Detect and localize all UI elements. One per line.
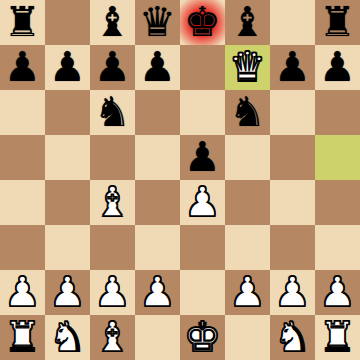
square-b5[interactable] bbox=[45, 135, 90, 180]
square-c5[interactable] bbox=[90, 135, 135, 180]
black-pawn-piece[interactable]: ♟ bbox=[319, 45, 356, 90]
square-a1[interactable]: ♜ bbox=[0, 315, 45, 360]
square-g1[interactable]: ♞ bbox=[270, 315, 315, 360]
white-pawn-piece[interactable]: ♟ bbox=[94, 270, 131, 315]
square-h5[interactable] bbox=[315, 135, 360, 180]
white-knight-piece[interactable]: ♞ bbox=[274, 315, 311, 360]
black-knight-piece[interactable]: ♞ bbox=[94, 90, 131, 135]
square-b3[interactable] bbox=[45, 225, 90, 270]
square-f4[interactable] bbox=[225, 180, 270, 225]
square-h1[interactable]: ♜ bbox=[315, 315, 360, 360]
square-g4[interactable] bbox=[270, 180, 315, 225]
square-b7[interactable]: ♟ bbox=[45, 45, 90, 90]
black-pawn-piece[interactable]: ♟ bbox=[49, 45, 86, 90]
white-knight-piece[interactable]: ♞ bbox=[49, 315, 86, 360]
square-a2[interactable]: ♟ bbox=[0, 270, 45, 315]
black-knight-piece[interactable]: ♞ bbox=[229, 90, 266, 135]
black-rook-piece[interactable]: ♜ bbox=[4, 0, 41, 45]
white-pawn-piece[interactable]: ♟ bbox=[49, 270, 86, 315]
square-e8[interactable]: ♚ bbox=[180, 0, 225, 45]
square-a3[interactable] bbox=[0, 225, 45, 270]
black-pawn-piece[interactable]: ♟ bbox=[4, 45, 41, 90]
square-a6[interactable] bbox=[0, 90, 45, 135]
square-h6[interactable] bbox=[315, 90, 360, 135]
square-d3[interactable] bbox=[135, 225, 180, 270]
square-d1[interactable] bbox=[135, 315, 180, 360]
square-d4[interactable] bbox=[135, 180, 180, 225]
square-e4[interactable]: ♟ bbox=[180, 180, 225, 225]
square-g6[interactable] bbox=[270, 90, 315, 135]
square-d5[interactable] bbox=[135, 135, 180, 180]
white-king-piece[interactable]: ♚ bbox=[184, 315, 221, 360]
square-g8[interactable] bbox=[270, 0, 315, 45]
white-queen-piece[interactable]: ♛ bbox=[229, 45, 266, 90]
black-king-piece[interactable]: ♚ bbox=[184, 0, 221, 45]
square-c7[interactable]: ♟ bbox=[90, 45, 135, 90]
white-pawn-piece[interactable]: ♟ bbox=[229, 270, 266, 315]
square-e3[interactable] bbox=[180, 225, 225, 270]
white-bishop-piece[interactable]: ♝ bbox=[94, 180, 131, 225]
square-b8[interactable] bbox=[45, 0, 90, 45]
square-g2[interactable]: ♟ bbox=[270, 270, 315, 315]
black-pawn-piece[interactable]: ♟ bbox=[139, 45, 176, 90]
square-f7[interactable]: ♛ bbox=[225, 45, 270, 90]
square-c4[interactable]: ♝ bbox=[90, 180, 135, 225]
square-d8[interactable]: ♛ bbox=[135, 0, 180, 45]
square-e5[interactable]: ♟ bbox=[180, 135, 225, 180]
square-c8[interactable]: ♝ bbox=[90, 0, 135, 45]
square-a4[interactable] bbox=[0, 180, 45, 225]
black-bishop-piece[interactable]: ♝ bbox=[94, 0, 131, 45]
square-f6[interactable]: ♞ bbox=[225, 90, 270, 135]
white-pawn-piece[interactable]: ♟ bbox=[4, 270, 41, 315]
square-b6[interactable] bbox=[45, 90, 90, 135]
square-g5[interactable] bbox=[270, 135, 315, 180]
square-f5[interactable] bbox=[225, 135, 270, 180]
square-a7[interactable]: ♟ bbox=[0, 45, 45, 90]
white-pawn-piece[interactable]: ♟ bbox=[139, 270, 176, 315]
white-rook-piece[interactable]: ♜ bbox=[4, 315, 41, 360]
black-pawn-piece[interactable]: ♟ bbox=[274, 45, 311, 90]
square-f1[interactable] bbox=[225, 315, 270, 360]
square-f8[interactable]: ♝ bbox=[225, 0, 270, 45]
square-d2[interactable]: ♟ bbox=[135, 270, 180, 315]
white-rook-piece[interactable]: ♜ bbox=[319, 315, 356, 360]
square-c1[interactable]: ♝ bbox=[90, 315, 135, 360]
square-h2[interactable]: ♟ bbox=[315, 270, 360, 315]
black-pawn-piece[interactable]: ♟ bbox=[184, 135, 221, 180]
square-b4[interactable] bbox=[45, 180, 90, 225]
square-h8[interactable]: ♜ bbox=[315, 0, 360, 45]
black-bishop-piece[interactable]: ♝ bbox=[229, 0, 266, 45]
black-queen-piece[interactable]: ♛ bbox=[139, 0, 176, 45]
square-e7[interactable] bbox=[180, 45, 225, 90]
square-c2[interactable]: ♟ bbox=[90, 270, 135, 315]
square-c6[interactable]: ♞ bbox=[90, 90, 135, 135]
square-b2[interactable]: ♟ bbox=[45, 270, 90, 315]
chess-board: ♜♝♛♚♝♜♟♟♟♟♛♟♟♞♞♟♝♟♟♟♟♟♟♟♟♜♞♝♚♞♜ bbox=[0, 0, 360, 360]
square-d7[interactable]: ♟ bbox=[135, 45, 180, 90]
square-g7[interactable]: ♟ bbox=[270, 45, 315, 90]
square-g3[interactable] bbox=[270, 225, 315, 270]
white-pawn-piece[interactable]: ♟ bbox=[274, 270, 311, 315]
square-e1[interactable]: ♚ bbox=[180, 315, 225, 360]
square-a5[interactable] bbox=[0, 135, 45, 180]
square-f2[interactable]: ♟ bbox=[225, 270, 270, 315]
black-pawn-piece[interactable]: ♟ bbox=[94, 45, 131, 90]
black-rook-piece[interactable]: ♜ bbox=[319, 0, 356, 45]
square-a8[interactable]: ♜ bbox=[0, 0, 45, 45]
square-f3[interactable] bbox=[225, 225, 270, 270]
white-bishop-piece[interactable]: ♝ bbox=[94, 315, 131, 360]
square-c3[interactable] bbox=[90, 225, 135, 270]
white-pawn-piece[interactable]: ♟ bbox=[184, 180, 221, 225]
white-pawn-piece[interactable]: ♟ bbox=[319, 270, 356, 315]
square-e6[interactable] bbox=[180, 90, 225, 135]
square-b1[interactable]: ♞ bbox=[45, 315, 90, 360]
square-d6[interactable] bbox=[135, 90, 180, 135]
square-h3[interactable] bbox=[315, 225, 360, 270]
square-e2[interactable] bbox=[180, 270, 225, 315]
square-h7[interactable]: ♟ bbox=[315, 45, 360, 90]
square-h4[interactable] bbox=[315, 180, 360, 225]
